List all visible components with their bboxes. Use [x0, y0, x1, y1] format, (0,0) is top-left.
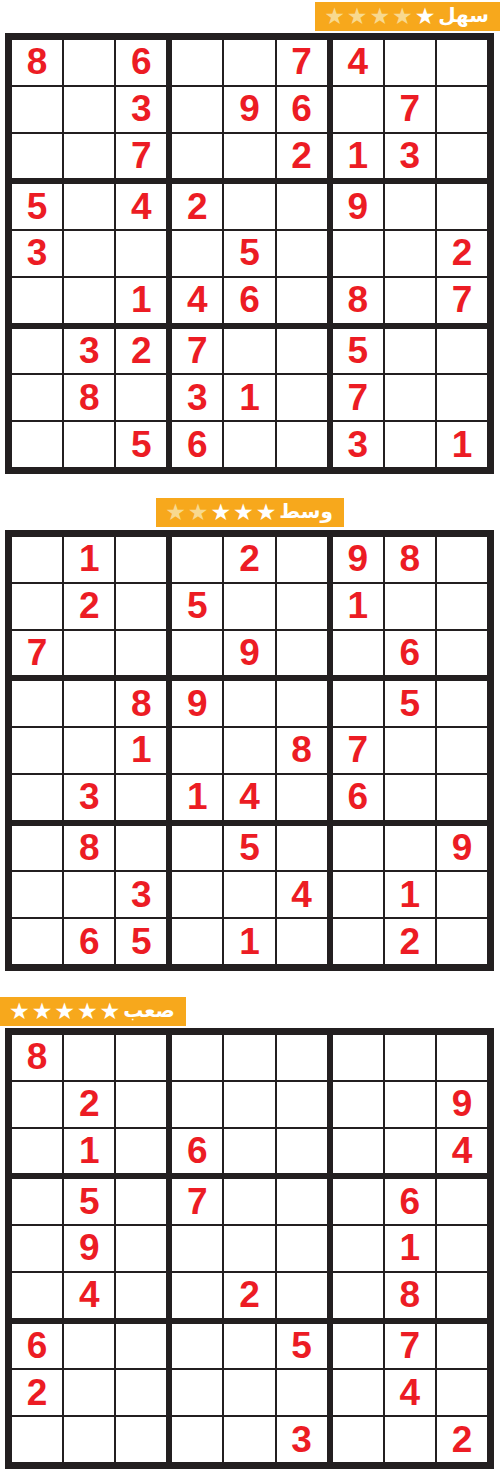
hard-cell-r3c4: 6: [172, 1129, 222, 1174]
easy-box-6: 9287: [333, 184, 487, 322]
star-filled-icon: ★: [415, 5, 436, 28]
easy-cell-r9c1[interactable]: [12, 422, 62, 467]
hard-cell-r7c8: 7: [385, 1324, 435, 1369]
medium-cell-r2c6[interactable]: [277, 584, 327, 629]
difficulty-rating-hard: ★★★★★: [9, 1000, 120, 1023]
hard-cell-r2c1[interactable]: [12, 1082, 62, 1127]
hard-cell-r4c8: 6: [385, 1179, 435, 1224]
medium-cell-r3c4[interactable]: [172, 631, 222, 676]
hard-cell-r5c9[interactable]: [437, 1226, 487, 1271]
easy-cell-r3c9[interactable]: [437, 134, 487, 179]
medium-cell-r1c5: 2: [224, 537, 274, 582]
medium-cell-r6c3[interactable]: [116, 775, 166, 820]
easy-cell-r6c6[interactable]: [277, 278, 327, 323]
medium-cell-r2c8[interactable]: [385, 584, 435, 629]
star-empty-icon: ★: [392, 5, 413, 28]
hard-cell-r2c2: 2: [64, 1082, 114, 1127]
hard-box-6: 618: [333, 1179, 487, 1317]
hard-cell-r9c4[interactable]: [172, 1417, 222, 1462]
easy-cell-r9c4: 6: [172, 422, 222, 467]
easy-cell-r1c7: 4: [333, 40, 383, 85]
medium-cell-r3c2[interactable]: [64, 631, 114, 676]
medium-cell-r1c8: 8: [385, 537, 435, 582]
easy-cell-r8c2: 8: [64, 375, 114, 420]
medium-cell-r2c3[interactable]: [116, 584, 166, 629]
medium-box-2: 259: [172, 537, 326, 675]
star-empty-icon: ★: [165, 501, 186, 524]
hard-cell-r3c5[interactable]: [224, 1129, 274, 1174]
medium-cell-r6c9[interactable]: [437, 775, 487, 820]
medium-cell-r5c8[interactable]: [385, 728, 435, 773]
hard-cell-r9c6: 3: [277, 1417, 327, 1462]
difficulty-banner-hard: ★★★★★ صعب: [0, 997, 186, 1026]
easy-cell-r7c4: 7: [172, 329, 222, 374]
easy-cell-r5c7[interactable]: [333, 231, 383, 276]
hard-cell-r7c9[interactable]: [437, 1324, 487, 1369]
hard-cell-r8c8: 4: [385, 1370, 435, 1415]
hard-cell-r3c2: 1: [64, 1129, 114, 1174]
medium-cell-r1c2: 1: [64, 537, 114, 582]
medium-cell-r9c1[interactable]: [12, 919, 62, 964]
medium-box-1: 127: [12, 537, 166, 675]
hard-cell-r2c3[interactable]: [116, 1082, 166, 1127]
hard-cell-r2c5[interactable]: [224, 1082, 274, 1127]
star-filled-icon: ★: [233, 501, 254, 524]
hard-cell-r9c8[interactable]: [385, 1417, 435, 1462]
medium-cell-r2c1[interactable]: [12, 584, 62, 629]
medium-cell-r5c4[interactable]: [172, 728, 222, 773]
medium-cell-r8c2[interactable]: [64, 872, 114, 917]
medium-cell-r1c7: 9: [333, 537, 383, 582]
easy-cell-r3c8: 3: [385, 134, 435, 179]
medium-cell-r7c2: 8: [64, 826, 114, 871]
easy-box-5: 2546: [172, 184, 326, 322]
easy-cell-r7c1[interactable]: [12, 329, 62, 374]
medium-cell-r6c8[interactable]: [385, 775, 435, 820]
hard-cell-r3c7[interactable]: [333, 1129, 383, 1174]
easy-cell-r6c9: 7: [437, 278, 487, 323]
easy-cell-r7c2: 3: [64, 329, 114, 374]
easy-cell-r6c3: 1: [116, 278, 166, 323]
easy-cell-r2c6: 6: [277, 87, 327, 132]
hard-cell-r5c1[interactable]: [12, 1226, 62, 1271]
hard-cell-r5c3[interactable]: [116, 1226, 166, 1271]
easy-cell-r1c3: 6: [116, 40, 166, 85]
easy-cell-r2c1[interactable]: [12, 87, 62, 132]
hard-cell-r3c1[interactable]: [12, 1129, 62, 1174]
hard-cell-r4c2: 5: [64, 1179, 114, 1224]
medium-cell-r9c2: 6: [64, 919, 114, 964]
hard-cell-r2c9: 9: [437, 1082, 487, 1127]
hard-cell-r4c5[interactable]: [224, 1179, 274, 1224]
easy-cell-r5c6[interactable]: [277, 231, 327, 276]
medium-cell-r6c1[interactable]: [12, 775, 62, 820]
medium-cell-r8c4[interactable]: [172, 872, 222, 917]
easy-cell-r3c1[interactable]: [12, 134, 62, 179]
medium-cell-r7c8[interactable]: [385, 826, 435, 871]
sudoku-board-hard: 821694594726186253742: [5, 1028, 494, 1469]
sudoku-board-medium: 127259981681398145768365541912: [5, 530, 494, 971]
hard-cell-r3c9: 4: [437, 1129, 487, 1174]
hard-cell-r2c7[interactable]: [333, 1082, 383, 1127]
hard-cell-r7c3[interactable]: [116, 1324, 166, 1369]
hard-box-4: 594: [12, 1179, 166, 1317]
easy-box-2: 7962: [172, 40, 326, 178]
easy-cell-r1c2[interactable]: [64, 40, 114, 85]
medium-cell-r2c4: 5: [172, 584, 222, 629]
hard-cell-r3c3[interactable]: [116, 1129, 166, 1174]
easy-cell-r7c9[interactable]: [437, 329, 487, 374]
medium-cell-r9c8: 2: [385, 919, 435, 964]
easy-cell-r7c7: 5: [333, 329, 383, 374]
star-empty-icon: ★: [324, 5, 345, 28]
easy-cell-r1c1: 8: [12, 40, 62, 85]
easy-cell-r3c4[interactable]: [172, 134, 222, 179]
hard-cell-r8c6[interactable]: [277, 1370, 327, 1415]
medium-cell-r5c3: 1: [116, 728, 166, 773]
difficulty-banner-medium: ★★★★★ وسط: [156, 498, 344, 527]
hard-cell-r6c2: 4: [64, 1273, 114, 1318]
easy-cell-r9c5[interactable]: [224, 422, 274, 467]
medium-box-3: 9816: [333, 537, 487, 675]
easy-cell-r4c9[interactable]: [437, 184, 487, 229]
puzzle-easy: ★★★★★ سهل 863779624713543125469287328573…: [0, 2, 500, 474]
hard-box-9: 742: [333, 1324, 487, 1462]
sudoku-board-easy: 863779624713543125469287328573165731: [5, 33, 494, 474]
puzzle-medium: ★★★★★ وسط 127259981681398145768365541912: [0, 498, 500, 971]
easy-cell-r5c9: 2: [437, 231, 487, 276]
medium-cell-r2c7: 1: [333, 584, 383, 629]
hard-box-1: 821: [12, 1035, 166, 1173]
medium-cell-r4c5[interactable]: [224, 681, 274, 726]
easy-cell-r9c7: 3: [333, 422, 383, 467]
medium-box-7: 8365: [12, 826, 166, 964]
hard-cell-r7c6: 5: [277, 1324, 327, 1369]
hard-box-2: 6: [172, 1035, 326, 1173]
medium-cell-r5c6: 8: [277, 728, 327, 773]
easy-cell-r9c3: 5: [116, 422, 166, 467]
easy-cell-r6c8[interactable]: [385, 278, 435, 323]
hard-cell-r1c3[interactable]: [116, 1035, 166, 1080]
easy-cell-r3c5[interactable]: [224, 134, 274, 179]
medium-cell-r5c2[interactable]: [64, 728, 114, 773]
medium-cell-r7c4[interactable]: [172, 826, 222, 871]
medium-cell-r3c5: 9: [224, 631, 274, 676]
hard-cell-r1c5[interactable]: [224, 1035, 274, 1080]
medium-cell-r8c1[interactable]: [12, 872, 62, 917]
medium-cell-r6c2: 3: [64, 775, 114, 820]
easy-box-9: 5731: [333, 329, 487, 467]
medium-cell-r9c6[interactable]: [277, 919, 327, 964]
hard-cell-r7c2[interactable]: [64, 1324, 114, 1369]
hard-cell-r7c5[interactable]: [224, 1324, 274, 1369]
hard-cell-r1c2[interactable]: [64, 1035, 114, 1080]
medium-cell-r3c8: 6: [385, 631, 435, 676]
hard-cell-r1c8[interactable]: [385, 1035, 435, 1080]
hard-cell-r5c5[interactable]: [224, 1226, 274, 1271]
easy-cell-r2c2[interactable]: [64, 87, 114, 132]
medium-cell-r1c3[interactable]: [116, 537, 166, 582]
medium-cell-r9c4[interactable]: [172, 919, 222, 964]
medium-cell-r7c6[interactable]: [277, 826, 327, 871]
hard-cell-r5c8: 1: [385, 1226, 435, 1271]
hard-cell-r9c7[interactable]: [333, 1417, 383, 1462]
hard-cell-r5c7[interactable]: [333, 1226, 383, 1271]
easy-cell-r3c7: 1: [333, 134, 383, 179]
easy-cell-r2c8: 7: [385, 87, 435, 132]
hard-box-8: 53: [172, 1324, 326, 1462]
medium-cell-r8c3: 3: [116, 872, 166, 917]
easy-cell-r6c4: 4: [172, 278, 222, 323]
medium-cell-r3c9[interactable]: [437, 631, 487, 676]
medium-box-8: 541: [172, 826, 326, 964]
easy-cell-r3c6: 2: [277, 134, 327, 179]
hard-cell-r7c7[interactable]: [333, 1324, 383, 1369]
hard-cell-r5c2: 9: [64, 1226, 114, 1271]
star-filled-icon: ★: [77, 1000, 98, 1023]
easy-cell-r1c4[interactable]: [172, 40, 222, 85]
star-filled-icon: ★: [54, 1000, 75, 1023]
hard-cell-r5c4[interactable]: [172, 1226, 222, 1271]
easy-cell-r5c2[interactable]: [64, 231, 114, 276]
medium-cell-r7c3[interactable]: [116, 826, 166, 871]
medium-box-9: 912: [333, 826, 487, 964]
hard-cell-r4c4: 7: [172, 1179, 222, 1224]
easy-cell-r2c5: 9: [224, 87, 274, 132]
medium-box-5: 9814: [172, 681, 326, 819]
medium-box-4: 813: [12, 681, 166, 819]
hard-cell-r8c3[interactable]: [116, 1370, 166, 1415]
hard-cell-r3c8[interactable]: [385, 1129, 435, 1174]
medium-cell-r1c9[interactable]: [437, 537, 487, 582]
medium-cell-r9c5: 1: [224, 919, 274, 964]
easy-cell-r8c3[interactable]: [116, 375, 166, 420]
difficulty-label-medium: وسط: [279, 501, 335, 524]
easy-cell-r6c7: 8: [333, 278, 383, 323]
hard-cell-r6c1[interactable]: [12, 1273, 62, 1318]
hard-cell-r1c1: 8: [12, 1035, 62, 1080]
hard-cell-r6c3[interactable]: [116, 1273, 166, 1318]
star-filled-icon: ★: [9, 1000, 30, 1023]
medium-cell-r5c7: 7: [333, 728, 383, 773]
medium-cell-r8c9[interactable]: [437, 872, 487, 917]
easy-cell-r2c7[interactable]: [333, 87, 383, 132]
easy-cell-r1c8[interactable]: [385, 40, 435, 85]
easy-box-7: 3285: [12, 329, 166, 467]
easy-box-1: 8637: [12, 40, 166, 178]
medium-cell-r9c3: 5: [116, 919, 166, 964]
easy-cell-r4c4: 2: [172, 184, 222, 229]
hard-cell-r9c5[interactable]: [224, 1417, 274, 1462]
medium-cell-r8c8: 1: [385, 872, 435, 917]
medium-cell-r9c7[interactable]: [333, 919, 383, 964]
medium-cell-r2c2: 2: [64, 584, 114, 629]
easy-cell-r7c5[interactable]: [224, 329, 274, 374]
easy-cell-r5c1: 3: [12, 231, 62, 276]
hard-cell-r2c6[interactable]: [277, 1082, 327, 1127]
easy-cell-r4c2[interactable]: [64, 184, 114, 229]
hard-cell-r4c3[interactable]: [116, 1179, 166, 1224]
medium-cell-r4c9[interactable]: [437, 681, 487, 726]
hard-cell-r8c5[interactable]: [224, 1370, 274, 1415]
difficulty-label-hard: صعب: [123, 1000, 177, 1023]
star-empty-icon: ★: [188, 501, 209, 524]
easy-cell-r4c8[interactable]: [385, 184, 435, 229]
hard-cell-r4c9[interactable]: [437, 1179, 487, 1224]
medium-cell-r3c3[interactable]: [116, 631, 166, 676]
medium-cell-r7c1[interactable]: [12, 826, 62, 871]
hard-cell-r9c1[interactable]: [12, 1417, 62, 1462]
hard-cell-r8c2[interactable]: [64, 1370, 114, 1415]
medium-cell-r6c4: 1: [172, 775, 222, 820]
easy-cell-r8c5: 1: [224, 375, 274, 420]
medium-cell-r3c1: 7: [12, 631, 62, 676]
medium-cell-r1c6[interactable]: [277, 537, 327, 582]
hard-cell-r2c4[interactable]: [172, 1082, 222, 1127]
medium-cell-r4c2[interactable]: [64, 681, 114, 726]
medium-cell-r4c3: 8: [116, 681, 166, 726]
hard-cell-r5c6[interactable]: [277, 1226, 327, 1271]
easy-cell-r1c9[interactable]: [437, 40, 487, 85]
medium-cell-r6c6[interactable]: [277, 775, 327, 820]
star-empty-icon: ★: [369, 5, 390, 28]
medium-cell-r9c9[interactable]: [437, 919, 487, 964]
easy-cell-r6c2[interactable]: [64, 278, 114, 323]
hard-cell-r9c2[interactable]: [64, 1417, 114, 1462]
hard-cell-r1c9[interactable]: [437, 1035, 487, 1080]
medium-cell-r5c1[interactable]: [12, 728, 62, 773]
hard-cell-r9c9: 2: [437, 1417, 487, 1462]
hard-cell-r6c7[interactable]: [333, 1273, 383, 1318]
medium-cell-r6c7: 6: [333, 775, 383, 820]
easy-cell-r4c1: 5: [12, 184, 62, 229]
puzzle-hard: ★★★★★ صعب 821694594726186253742: [0, 997, 500, 1469]
medium-cell-r3c6[interactable]: [277, 631, 327, 676]
medium-cell-r1c4[interactable]: [172, 537, 222, 582]
medium-cell-r2c9[interactable]: [437, 584, 487, 629]
easy-cell-r5c5: 5: [224, 231, 274, 276]
easy-cell-r8c9[interactable]: [437, 375, 487, 420]
easy-cell-r7c3: 2: [116, 329, 166, 374]
easy-cell-r4c6[interactable]: [277, 184, 327, 229]
difficulty-rating-easy: ★★★★★: [324, 5, 435, 28]
hard-box-5: 72: [172, 1179, 326, 1317]
easy-cell-r7c8[interactable]: [385, 329, 435, 374]
easy-cell-r8c8[interactable]: [385, 375, 435, 420]
hard-box-7: 62: [12, 1324, 166, 1462]
star-filled-icon: ★: [100, 1000, 121, 1023]
hard-cell-r8c9[interactable]: [437, 1370, 487, 1415]
easy-cell-r9c9: 1: [437, 422, 487, 467]
easy-cell-r8c7: 7: [333, 375, 383, 420]
hard-cell-r8c4[interactable]: [172, 1370, 222, 1415]
easy-cell-r7c6[interactable]: [277, 329, 327, 374]
medium-cell-r4c4: 9: [172, 681, 222, 726]
medium-cell-r8c7[interactable]: [333, 872, 383, 917]
medium-cell-r6c5: 4: [224, 775, 274, 820]
hard-cell-r4c7[interactable]: [333, 1179, 383, 1224]
hard-cell-r7c4[interactable]: [172, 1324, 222, 1369]
easy-cell-r8c1[interactable]: [12, 375, 62, 420]
hard-cell-r4c6[interactable]: [277, 1179, 327, 1224]
hard-cell-r6c9[interactable]: [437, 1273, 487, 1318]
easy-cell-r5c3[interactable]: [116, 231, 166, 276]
star-empty-icon: ★: [347, 5, 368, 28]
easy-cell-r4c5[interactable]: [224, 184, 274, 229]
hard-cell-r6c5: 2: [224, 1273, 274, 1318]
hard-cell-r6c4[interactable]: [172, 1273, 222, 1318]
hard-cell-r1c7[interactable]: [333, 1035, 383, 1080]
hard-cell-r6c6[interactable]: [277, 1273, 327, 1318]
easy-cell-r9c2[interactable]: [64, 422, 114, 467]
easy-cell-r5c4[interactable]: [172, 231, 222, 276]
medium-box-6: 576: [333, 681, 487, 819]
medium-cell-r7c7[interactable]: [333, 826, 383, 871]
hard-cell-r1c4[interactable]: [172, 1035, 222, 1080]
star-filled-icon: ★: [210, 501, 231, 524]
hard-cell-r7c1: 6: [12, 1324, 62, 1369]
easy-box-3: 4713: [333, 40, 487, 178]
easy-box-4: 5431: [12, 184, 166, 322]
easy-cell-r8c6[interactable]: [277, 375, 327, 420]
easy-cell-r9c8[interactable]: [385, 422, 435, 467]
medium-cell-r8c5[interactable]: [224, 872, 274, 917]
star-filled-icon: ★: [256, 501, 277, 524]
difficulty-banner-easy: ★★★★★ سهل: [315, 2, 500, 31]
easy-cell-r3c3: 7: [116, 134, 166, 179]
hard-cell-r9c3[interactable]: [116, 1417, 166, 1462]
medium-cell-r5c5[interactable]: [224, 728, 274, 773]
star-filled-icon: ★: [32, 1000, 53, 1023]
medium-cell-r1c1[interactable]: [12, 537, 62, 582]
easy-cell-r4c3: 4: [116, 184, 166, 229]
hard-box-3: 94: [333, 1035, 487, 1173]
hard-cell-r3c6[interactable]: [277, 1129, 327, 1174]
difficulty-rating-medium: ★★★★★: [165, 501, 276, 524]
easy-cell-r9c6[interactable]: [277, 422, 327, 467]
medium-cell-r3c7[interactable]: [333, 631, 383, 676]
easy-cell-r2c4[interactable]: [172, 87, 222, 132]
easy-cell-r6c5: 6: [224, 278, 274, 323]
easy-cell-r2c9[interactable]: [437, 87, 487, 132]
medium-cell-r4c8: 5: [385, 681, 435, 726]
easy-cell-r3c2[interactable]: [64, 134, 114, 179]
medium-cell-r5c9[interactable]: [437, 728, 487, 773]
medium-cell-r7c9: 9: [437, 826, 487, 871]
easy-cell-r6c1[interactable]: [12, 278, 62, 323]
medium-cell-r4c7[interactable]: [333, 681, 383, 726]
difficulty-label-easy: سهل: [438, 5, 491, 28]
easy-box-8: 7316: [172, 329, 326, 467]
hard-cell-r2c8[interactable]: [385, 1082, 435, 1127]
medium-cell-r7c5: 5: [224, 826, 274, 871]
easy-cell-r5c8[interactable]: [385, 231, 435, 276]
medium-cell-r2c5[interactable]: [224, 584, 274, 629]
hard-cell-r6c8: 8: [385, 1273, 435, 1318]
easy-cell-r2c3: 3: [116, 87, 166, 132]
easy-cell-r1c5[interactable]: [224, 40, 274, 85]
easy-cell-r8c4: 3: [172, 375, 222, 420]
medium-cell-r8c6: 4: [277, 872, 327, 917]
hard-cell-r8c7[interactable]: [333, 1370, 383, 1415]
hard-cell-r8c1: 2: [12, 1370, 62, 1415]
easy-cell-r4c7: 9: [333, 184, 383, 229]
medium-cell-r4c6[interactable]: [277, 681, 327, 726]
medium-cell-r4c1[interactable]: [12, 681, 62, 726]
hard-cell-r1c6[interactable]: [277, 1035, 327, 1080]
easy-cell-r1c6: 7: [277, 40, 327, 85]
hard-cell-r4c1[interactable]: [12, 1179, 62, 1224]
